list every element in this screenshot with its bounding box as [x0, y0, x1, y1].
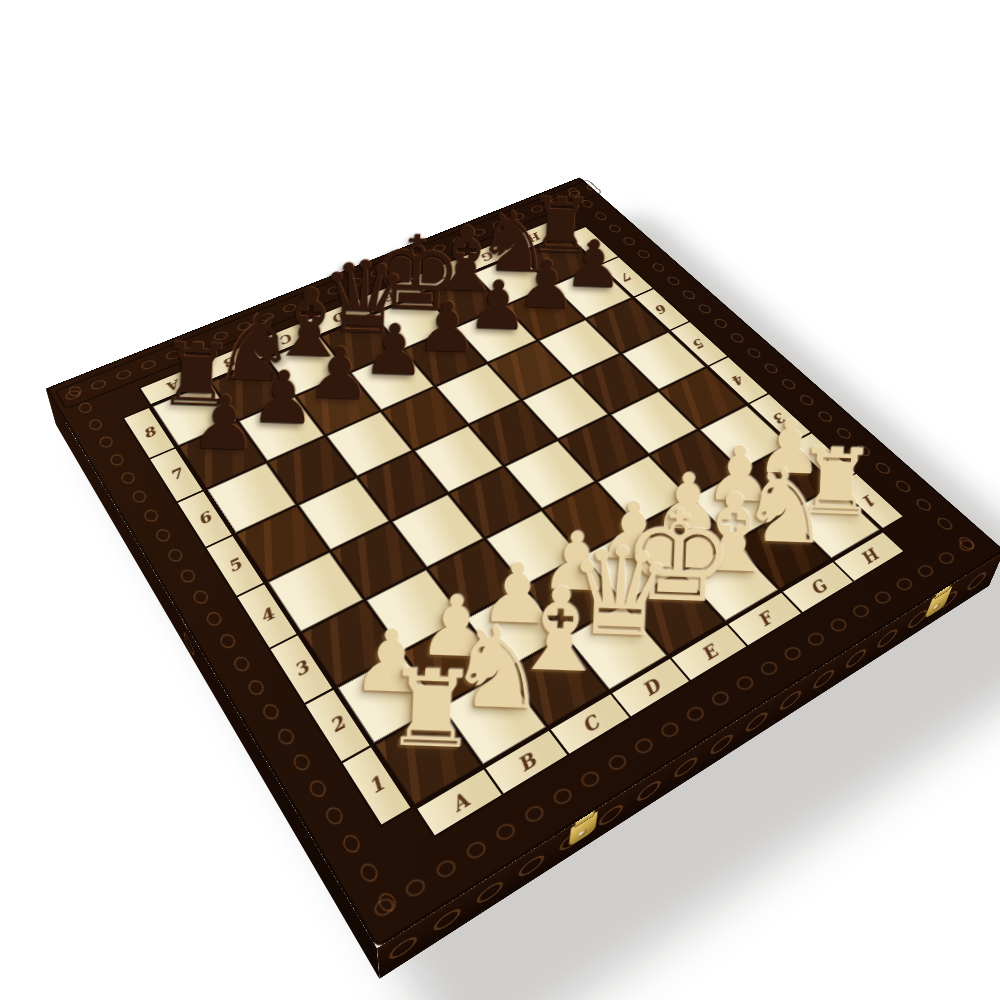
coordinate-text: D [637, 675, 665, 700]
coordinate-text: 3 [290, 657, 313, 680]
rank-label-7: 7 [150, 448, 202, 501]
square-a7[interactable]: ♟ [179, 422, 265, 488]
coordinate-text: 5 [224, 555, 245, 575]
file-label-H: H [835, 532, 904, 580]
coordinate-text: 8 [140, 424, 159, 441]
coordinate-text: 1 [364, 772, 389, 798]
coordinate-text: 4 [728, 372, 749, 388]
white-rook-glyph: ♜ [382, 655, 481, 764]
coordinate-text: A [446, 788, 473, 816]
coordinate-text: 2 [325, 713, 349, 738]
coordinate-text: B [513, 748, 541, 775]
photo-scene: 87654321 87654321 ABCDEFGH ABCDEFGH ♜♞♝♛… [0, 0, 1000, 1000]
coordinate-text: 6 [652, 302, 671, 316]
black-pawn-glyph: ♟ [190, 385, 259, 461]
coordinate-text: C [577, 711, 604, 736]
coordinate-text: 5 [689, 336, 709, 351]
board-top-surface: 87654321 87654321 ABCDEFGH ABCDEFGH ♜♞♝♛… [46, 177, 1000, 948]
coordinate-text: 6 [194, 509, 214, 528]
coordinate-text: G [805, 576, 831, 598]
coordinate-text: E [696, 641, 722, 664]
chess-box: 87654321 87654321 ABCDEFGH ABCDEFGH ♜♞♝♛… [46, 177, 1000, 948]
coordinate-text: 7 [166, 465, 186, 483]
coordinate-text: F [752, 608, 777, 630]
coordinate-text: H [855, 545, 882, 567]
black-pawn-glyph: ♟ [249, 360, 317, 435]
coordinate-text: 4 [256, 604, 278, 626]
